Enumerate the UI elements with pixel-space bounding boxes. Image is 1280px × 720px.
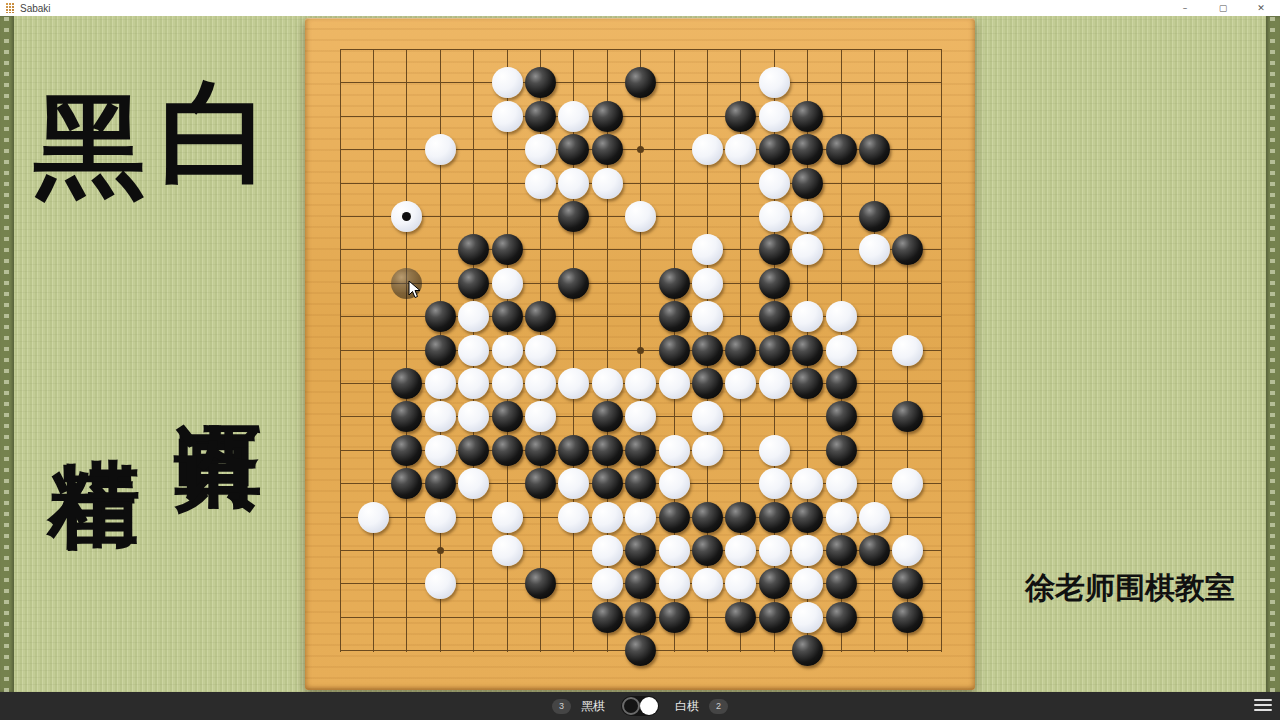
black-stone[interactable] bbox=[625, 468, 656, 499]
black-stone[interactable] bbox=[792, 635, 823, 666]
black-stone[interactable] bbox=[458, 234, 489, 265]
black-stone[interactable] bbox=[892, 234, 923, 265]
black-stone[interactable] bbox=[892, 602, 923, 633]
banner-white-color: 白 bbox=[158, 78, 273, 190]
white-stone[interactable] bbox=[759, 201, 790, 232]
star-point bbox=[437, 547, 444, 554]
black-stone[interactable] bbox=[759, 335, 790, 366]
white-stone[interactable] bbox=[458, 468, 489, 499]
grid-line-horizontal bbox=[340, 249, 942, 250]
black-stone[interactable] bbox=[725, 335, 756, 366]
black-stone[interactable] bbox=[692, 368, 723, 399]
white-stone[interactable] bbox=[792, 602, 823, 633]
white-stone[interactable] bbox=[692, 568, 723, 599]
white-stone[interactable] bbox=[792, 468, 823, 499]
black-stone[interactable] bbox=[625, 568, 656, 599]
window-title: Sabaki bbox=[20, 3, 51, 14]
go-board[interactable] bbox=[305, 18, 975, 690]
white-stone[interactable] bbox=[425, 368, 456, 399]
white-stone[interactable] bbox=[759, 168, 790, 199]
white-stone[interactable] bbox=[725, 368, 756, 399]
toggle-white-knob bbox=[640, 697, 658, 715]
black-stone[interactable] bbox=[826, 435, 857, 466]
black-stone[interactable] bbox=[759, 568, 790, 599]
star-point bbox=[637, 347, 644, 354]
black-stone[interactable] bbox=[525, 301, 556, 332]
black-stone[interactable] bbox=[759, 134, 790, 165]
white-stone[interactable] bbox=[692, 301, 723, 332]
white-stone[interactable] bbox=[692, 234, 723, 265]
black-stone[interactable] bbox=[592, 468, 623, 499]
black-stone[interactable] bbox=[759, 234, 790, 265]
black-stone[interactable] bbox=[558, 435, 589, 466]
black-stone[interactable] bbox=[558, 268, 589, 299]
white-stone[interactable] bbox=[592, 502, 623, 533]
tatami-edge-right bbox=[1266, 16, 1280, 692]
black-stone[interactable] bbox=[425, 301, 456, 332]
white-stone[interactable] bbox=[458, 368, 489, 399]
black-stone[interactable] bbox=[659, 335, 690, 366]
black-stone[interactable] bbox=[458, 268, 489, 299]
white-stone[interactable] bbox=[525, 134, 556, 165]
white-stone[interactable] bbox=[659, 435, 690, 466]
black-stone[interactable] bbox=[592, 101, 623, 132]
black-stone[interactable] bbox=[592, 134, 623, 165]
banner-black-player: 崔精 bbox=[38, 279, 143, 489]
black-stone[interactable] bbox=[525, 468, 556, 499]
black-stone[interactable] bbox=[391, 435, 422, 466]
white-stone[interactable] bbox=[892, 335, 923, 366]
white-stone[interactable] bbox=[492, 67, 523, 98]
white-stone[interactable] bbox=[692, 134, 723, 165]
white-stone[interactable] bbox=[625, 201, 656, 232]
white-stone[interactable] bbox=[725, 134, 756, 165]
black-stone[interactable] bbox=[792, 168, 823, 199]
grid-line-horizontal bbox=[340, 183, 942, 184]
white-stone[interactable] bbox=[759, 535, 790, 566]
title-bar: Sabaki – ▢ ✕ bbox=[0, 0, 1280, 17]
grid-line-vertical bbox=[373, 50, 374, 652]
white-stone[interactable] bbox=[525, 368, 556, 399]
white-stone[interactable] bbox=[558, 101, 589, 132]
black-stone[interactable] bbox=[659, 268, 690, 299]
white-stone[interactable] bbox=[692, 435, 723, 466]
white-stone[interactable] bbox=[425, 502, 456, 533]
black-stone[interactable] bbox=[525, 67, 556, 98]
mouse-cursor bbox=[408, 280, 421, 303]
grid-line-vertical bbox=[340, 50, 341, 652]
black-stone[interactable] bbox=[625, 535, 656, 566]
toggle-black-ring bbox=[622, 697, 640, 715]
white-stone[interactable] bbox=[625, 502, 656, 533]
black-stone[interactable] bbox=[659, 301, 690, 332]
white-stone[interactable] bbox=[592, 535, 623, 566]
banner-white-player: 申真谞 bbox=[164, 198, 269, 508]
black-stone[interactable] bbox=[759, 502, 790, 533]
white-stone[interactable] bbox=[725, 568, 756, 599]
white-stone[interactable] bbox=[492, 535, 523, 566]
minimize-button[interactable]: – bbox=[1166, 0, 1204, 16]
white-stone[interactable] bbox=[558, 468, 589, 499]
grid-line-vertical bbox=[406, 50, 407, 652]
black-stone[interactable] bbox=[759, 268, 790, 299]
black-stone[interactable] bbox=[525, 101, 556, 132]
white-stone[interactable] bbox=[759, 368, 790, 399]
bottom-bar: 3 黑棋 白棋 2 bbox=[0, 692, 1280, 720]
black-stone[interactable] bbox=[859, 201, 890, 232]
black-stone[interactable] bbox=[759, 301, 790, 332]
black-stone[interactable] bbox=[558, 201, 589, 232]
grid-line-horizontal bbox=[340, 116, 942, 117]
grid-line-vertical bbox=[941, 50, 942, 652]
white-stone[interactable] bbox=[826, 301, 857, 332]
white-stone[interactable] bbox=[659, 535, 690, 566]
black-stone[interactable] bbox=[458, 435, 489, 466]
white-stone[interactable] bbox=[525, 168, 556, 199]
black-stone[interactable] bbox=[625, 602, 656, 633]
white-stone[interactable] bbox=[826, 468, 857, 499]
white-stone[interactable] bbox=[826, 335, 857, 366]
star-point bbox=[637, 146, 644, 153]
turn-toggle[interactable] bbox=[621, 696, 659, 716]
black-player-label: 黑棋 bbox=[581, 698, 605, 715]
white-stone[interactable] bbox=[725, 535, 756, 566]
black-stone[interactable] bbox=[492, 435, 523, 466]
banner-black-color: 黑 bbox=[32, 91, 147, 203]
black-stone[interactable] bbox=[625, 67, 656, 98]
close-button[interactable]: ✕ bbox=[1242, 0, 1280, 16]
white-stone[interactable] bbox=[525, 335, 556, 366]
white-stone[interactable] bbox=[859, 234, 890, 265]
white-stone[interactable] bbox=[792, 535, 823, 566]
black-stone[interactable] bbox=[592, 602, 623, 633]
main-area: 黑 崔精 白 申真谞 徐老师围棋教室 bbox=[0, 16, 1280, 692]
black-stone[interactable] bbox=[725, 602, 756, 633]
black-stone[interactable] bbox=[892, 568, 923, 599]
black-stone[interactable] bbox=[826, 535, 857, 566]
white-stone[interactable] bbox=[458, 401, 489, 432]
white-stone[interactable] bbox=[792, 201, 823, 232]
white-stone[interactable] bbox=[659, 368, 690, 399]
white-stone[interactable] bbox=[759, 435, 790, 466]
white-stone[interactable] bbox=[425, 435, 456, 466]
black-stone[interactable] bbox=[725, 101, 756, 132]
black-stone[interactable] bbox=[826, 134, 857, 165]
sabaki-app-icon bbox=[5, 3, 15, 13]
white-stone[interactable] bbox=[592, 368, 623, 399]
black-stone[interactable] bbox=[592, 435, 623, 466]
black-stone[interactable] bbox=[792, 101, 823, 132]
white-stone[interactable] bbox=[625, 368, 656, 399]
white-stone[interactable] bbox=[425, 401, 456, 432]
white-stone[interactable] bbox=[592, 168, 623, 199]
tatami-edge-left bbox=[0, 16, 14, 692]
white-stone[interactable] bbox=[759, 468, 790, 499]
black-stone[interactable] bbox=[792, 368, 823, 399]
grid-line-horizontal bbox=[340, 283, 942, 284]
white-stone[interactable] bbox=[826, 502, 857, 533]
white-stone[interactable] bbox=[892, 468, 923, 499]
white-stone[interactable] bbox=[692, 268, 723, 299]
white-stone[interactable] bbox=[358, 502, 389, 533]
black-stone[interactable] bbox=[759, 602, 790, 633]
black-stone[interactable] bbox=[725, 502, 756, 533]
black-stone[interactable] bbox=[826, 568, 857, 599]
white-stone[interactable] bbox=[525, 401, 556, 432]
black-stone[interactable] bbox=[558, 134, 589, 165]
white-stone[interactable] bbox=[558, 368, 589, 399]
black-stone[interactable] bbox=[792, 335, 823, 366]
white-stone[interactable] bbox=[792, 301, 823, 332]
grid-line-horizontal bbox=[340, 49, 942, 50]
white-stone[interactable] bbox=[492, 268, 523, 299]
black-stone[interactable] bbox=[492, 401, 523, 432]
white-stone[interactable] bbox=[759, 67, 790, 98]
white-stone[interactable] bbox=[692, 401, 723, 432]
black-stone[interactable] bbox=[625, 435, 656, 466]
black-stone[interactable] bbox=[425, 468, 456, 499]
hamburger-menu-icon[interactable] bbox=[1254, 697, 1272, 713]
black-stone[interactable] bbox=[859, 134, 890, 165]
black-stone[interactable] bbox=[492, 234, 523, 265]
black-stone[interactable] bbox=[659, 502, 690, 533]
black-stone[interactable] bbox=[692, 502, 723, 533]
white-stone[interactable] bbox=[458, 301, 489, 332]
white-stone[interactable] bbox=[625, 401, 656, 432]
black-stone[interactable] bbox=[391, 468, 422, 499]
white-stone[interactable] bbox=[425, 134, 456, 165]
black-stone[interactable] bbox=[792, 134, 823, 165]
white-stone[interactable] bbox=[792, 568, 823, 599]
black-capture-count: 3 bbox=[552, 699, 571, 714]
white-stone[interactable] bbox=[792, 234, 823, 265]
black-stone[interactable] bbox=[826, 401, 857, 432]
black-stone[interactable] bbox=[692, 335, 723, 366]
white-stone[interactable] bbox=[492, 101, 523, 132]
black-stone[interactable] bbox=[525, 435, 556, 466]
white-stone[interactable] bbox=[558, 502, 589, 533]
black-stone[interactable] bbox=[859, 535, 890, 566]
black-stone[interactable] bbox=[692, 535, 723, 566]
white-stone[interactable] bbox=[492, 502, 523, 533]
white-capture-count: 2 bbox=[709, 699, 728, 714]
white-stone[interactable] bbox=[759, 101, 790, 132]
black-stone[interactable] bbox=[826, 602, 857, 633]
white-stone[interactable] bbox=[659, 468, 690, 499]
white-stone[interactable] bbox=[492, 335, 523, 366]
classroom-banner: 徐老师围棋教室 bbox=[1020, 568, 1240, 609]
black-stone[interactable] bbox=[391, 368, 422, 399]
white-stone[interactable] bbox=[592, 568, 623, 599]
black-stone[interactable] bbox=[525, 568, 556, 599]
white-player-label: 白棋 bbox=[675, 698, 699, 715]
white-stone[interactable] bbox=[558, 168, 589, 199]
maximize-button[interactable]: ▢ bbox=[1204, 0, 1242, 16]
black-stone[interactable] bbox=[892, 401, 923, 432]
white-stone[interactable] bbox=[859, 502, 890, 533]
black-stone[interactable] bbox=[425, 335, 456, 366]
black-stone[interactable] bbox=[659, 602, 690, 633]
window-controls: – ▢ ✕ bbox=[1166, 0, 1280, 16]
black-stone[interactable] bbox=[592, 401, 623, 432]
black-stone[interactable] bbox=[792, 502, 823, 533]
black-stone[interactable] bbox=[492, 301, 523, 332]
black-stone[interactable] bbox=[391, 401, 422, 432]
white-stone[interactable] bbox=[892, 535, 923, 566]
black-stone[interactable] bbox=[625, 635, 656, 666]
white-stone[interactable] bbox=[458, 335, 489, 366]
sabaki-window: Sabaki – ▢ ✕ 黑 崔精 白 申真谞 徐老师围棋教室 3 黑棋 白棋 … bbox=[0, 0, 1280, 720]
white-stone[interactable] bbox=[492, 368, 523, 399]
white-stone[interactable] bbox=[425, 568, 456, 599]
black-stone[interactable] bbox=[826, 368, 857, 399]
white-stone[interactable] bbox=[659, 568, 690, 599]
